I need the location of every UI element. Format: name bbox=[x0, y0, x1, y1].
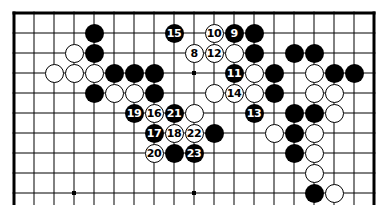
stone-black-J14: 21 bbox=[165, 104, 184, 123]
move-number-label: 17 bbox=[147, 128, 161, 139]
stone-black-J18: 15 bbox=[165, 24, 184, 43]
stone-black-P17 bbox=[285, 44, 304, 63]
stone-black-N14: 13 bbox=[245, 104, 264, 123]
stone-white-L15 bbox=[205, 84, 224, 103]
stone-black-J12 bbox=[165, 144, 184, 163]
stone-black-E18 bbox=[85, 24, 104, 43]
stone-white-H12: 20 bbox=[145, 144, 164, 163]
stone-white-Q12 bbox=[305, 144, 324, 163]
stone-black-G16 bbox=[125, 64, 144, 83]
stone-black-O16 bbox=[265, 64, 284, 83]
go-board-diagram: 151098121114191621131718222023 bbox=[0, 0, 390, 210]
move-number-label: 10 bbox=[207, 28, 221, 39]
stone-white-R15 bbox=[325, 84, 344, 103]
move-number-label: 19 bbox=[127, 108, 141, 119]
stone-white-D17 bbox=[65, 44, 84, 63]
stone-white-K17: 8 bbox=[185, 44, 204, 63]
stone-black-Q10 bbox=[305, 184, 324, 203]
stone-black-N17 bbox=[245, 44, 264, 63]
stone-white-K13: 22 bbox=[185, 124, 204, 143]
move-number-label: 11 bbox=[227, 68, 241, 79]
stone-black-P12 bbox=[285, 144, 304, 163]
stone-white-F15 bbox=[105, 84, 124, 103]
stone-black-G14: 19 bbox=[125, 104, 144, 123]
move-number-label: 8 bbox=[190, 48, 197, 59]
stone-white-L18: 10 bbox=[205, 24, 224, 43]
stone-black-K12: 23 bbox=[185, 144, 204, 163]
stone-white-E16 bbox=[85, 64, 104, 83]
stone-white-Q15 bbox=[305, 84, 324, 103]
stone-black-N18 bbox=[245, 24, 264, 43]
stone-black-S16 bbox=[345, 64, 364, 83]
stone-black-R16 bbox=[325, 64, 344, 83]
stone-black-F16 bbox=[105, 64, 124, 83]
move-number-label: 21 bbox=[167, 108, 181, 119]
move-number-label: 16 bbox=[147, 108, 161, 119]
stone-black-E17 bbox=[85, 44, 104, 63]
move-number-label: 23 bbox=[187, 148, 201, 159]
stone-black-H13: 17 bbox=[145, 124, 164, 143]
stone-white-M15: 14 bbox=[225, 84, 244, 103]
stone-white-H14: 16 bbox=[145, 104, 164, 123]
stone-black-O15 bbox=[265, 84, 284, 103]
stone-black-M18: 9 bbox=[225, 24, 244, 43]
stone-white-Q13 bbox=[305, 124, 324, 143]
stone-white-G15 bbox=[125, 84, 144, 103]
stone-white-J13: 18 bbox=[165, 124, 184, 143]
move-number-label: 22 bbox=[187, 128, 201, 139]
stone-black-H16 bbox=[145, 64, 164, 83]
move-number-label: 14 bbox=[227, 88, 241, 99]
stone-black-M16: 11 bbox=[225, 64, 244, 83]
stone-white-R10 bbox=[325, 184, 344, 203]
move-number-label: 15 bbox=[167, 28, 181, 39]
move-number-label: 13 bbox=[247, 108, 261, 119]
stone-white-L17: 12 bbox=[205, 44, 224, 63]
stone-white-N15 bbox=[245, 84, 264, 103]
stone-white-M17 bbox=[225, 44, 244, 63]
stone-black-H15 bbox=[145, 84, 164, 103]
stones-layer: 151098121114191621131718222023 bbox=[4, 3, 384, 203]
move-number-label: 12 bbox=[207, 48, 221, 59]
stone-white-N16 bbox=[245, 64, 264, 83]
stone-white-C16 bbox=[45, 64, 64, 83]
stone-black-E15 bbox=[85, 84, 104, 103]
stone-white-R14 bbox=[325, 104, 344, 123]
stone-white-O13 bbox=[265, 124, 284, 143]
stone-white-Q11 bbox=[305, 164, 324, 183]
move-number-label: 9 bbox=[230, 28, 237, 39]
stone-black-Q14 bbox=[305, 104, 324, 123]
stone-black-L13 bbox=[205, 124, 224, 143]
move-number-label: 18 bbox=[167, 128, 181, 139]
stone-black-P14 bbox=[285, 104, 304, 123]
stone-white-D16 bbox=[65, 64, 84, 83]
stone-white-K14 bbox=[185, 104, 204, 123]
stone-black-Q17 bbox=[305, 44, 324, 63]
stone-white-Q16 bbox=[305, 64, 324, 83]
move-number-label: 20 bbox=[147, 148, 161, 159]
stone-black-P13 bbox=[285, 124, 304, 143]
